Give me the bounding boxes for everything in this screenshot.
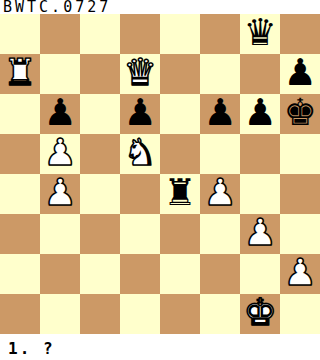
square-c1[interactable] (80, 294, 120, 334)
square-b4[interactable]: ♟ (40, 174, 80, 214)
square-g4[interactable] (240, 174, 280, 214)
square-a3[interactable] (0, 214, 40, 254)
square-h1[interactable] (280, 294, 320, 334)
square-b1[interactable] (40, 294, 80, 334)
square-b6[interactable]: ♟ (40, 94, 80, 134)
square-h7[interactable]: ♟ (280, 54, 320, 94)
black-rook: ♜ (163, 174, 196, 213)
square-b2[interactable] (40, 254, 80, 294)
puzzle-id-label: BWTC.0727 (0, 0, 320, 14)
square-g2[interactable] (240, 254, 280, 294)
square-a5[interactable] (0, 134, 40, 174)
white-rook: ♜ (3, 54, 36, 93)
square-f3[interactable] (200, 214, 240, 254)
square-c7[interactable] (80, 54, 120, 94)
square-e6[interactable] (160, 94, 200, 134)
white-pawn: ♟ (283, 254, 316, 293)
white-queen: ♛ (123, 54, 156, 93)
square-d3[interactable] (120, 214, 160, 254)
square-d2[interactable] (120, 254, 160, 294)
square-e4[interactable]: ♜ (160, 174, 200, 214)
chess-puzzle-app: BWTC.0727 ♛♜♛♟♟♟♟♟♚♟♞♟♜♟♟♟♚ 1. ? (0, 0, 320, 360)
square-d7[interactable]: ♛ (120, 54, 160, 94)
square-a2[interactable] (0, 254, 40, 294)
square-f5[interactable] (200, 134, 240, 174)
chess-board: ♛♜♛♟♟♟♟♟♚♟♞♟♜♟♟♟♚ (0, 14, 320, 334)
square-g3[interactable]: ♟ (240, 214, 280, 254)
black-queen: ♛ (243, 14, 276, 53)
square-a7[interactable]: ♜ (0, 54, 40, 94)
square-f6[interactable]: ♟ (200, 94, 240, 134)
square-g8[interactable]: ♛ (240, 14, 280, 54)
square-g1[interactable]: ♚ (240, 294, 280, 334)
square-e2[interactable] (160, 254, 200, 294)
square-f2[interactable] (200, 254, 240, 294)
square-e7[interactable] (160, 54, 200, 94)
square-h4[interactable] (280, 174, 320, 214)
square-b3[interactable] (40, 214, 80, 254)
square-d5[interactable]: ♞ (120, 134, 160, 174)
square-a1[interactable] (0, 294, 40, 334)
black-pawn: ♟ (243, 94, 276, 133)
square-f1[interactable] (200, 294, 240, 334)
black-pawn: ♟ (283, 54, 316, 93)
white-knight: ♞ (123, 134, 156, 173)
black-pawn: ♟ (123, 94, 156, 133)
square-f7[interactable] (200, 54, 240, 94)
square-c6[interactable] (80, 94, 120, 134)
square-f4[interactable]: ♟ (200, 174, 240, 214)
square-b5[interactable]: ♟ (40, 134, 80, 174)
black-pawn: ♟ (203, 94, 236, 133)
square-d8[interactable] (120, 14, 160, 54)
square-f8[interactable] (200, 14, 240, 54)
square-g6[interactable]: ♟ (240, 94, 280, 134)
square-a4[interactable] (0, 174, 40, 214)
square-d1[interactable] (120, 294, 160, 334)
square-h8[interactable] (280, 14, 320, 54)
square-g5[interactable] (240, 134, 280, 174)
square-c5[interactable] (80, 134, 120, 174)
square-c3[interactable] (80, 214, 120, 254)
white-pawn: ♟ (43, 134, 76, 173)
square-d4[interactable] (120, 174, 160, 214)
square-h5[interactable] (280, 134, 320, 174)
square-d6[interactable]: ♟ (120, 94, 160, 134)
square-c8[interactable] (80, 14, 120, 54)
white-pawn: ♟ (243, 214, 276, 253)
square-a6[interactable] (0, 94, 40, 134)
square-g7[interactable] (240, 54, 280, 94)
white-pawn: ♟ (203, 174, 236, 213)
square-c2[interactable] (80, 254, 120, 294)
move-prompt-label: 1. ? (0, 334, 320, 358)
square-h3[interactable] (280, 214, 320, 254)
square-e1[interactable] (160, 294, 200, 334)
square-a8[interactable] (0, 14, 40, 54)
square-e3[interactable] (160, 214, 200, 254)
square-e5[interactable] (160, 134, 200, 174)
square-h6[interactable]: ♚ (280, 94, 320, 134)
black-pawn: ♟ (43, 94, 76, 133)
square-c4[interactable] (80, 174, 120, 214)
square-h2[interactable]: ♟ (280, 254, 320, 294)
white-pawn: ♟ (43, 174, 76, 213)
square-b7[interactable] (40, 54, 80, 94)
square-b8[interactable] (40, 14, 80, 54)
square-e8[interactable] (160, 14, 200, 54)
white-king: ♚ (243, 294, 276, 333)
black-king: ♚ (283, 94, 316, 133)
